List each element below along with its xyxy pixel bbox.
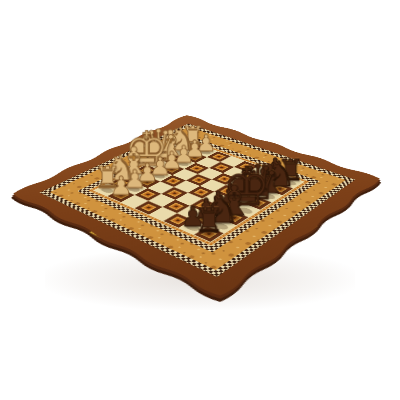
- white-pawn-icon: ♟: [110, 173, 133, 199]
- chess-board: ♜♞♝♛♚♝♞♜♟♟♟♟♟♟♟♟♟♟♟♟♟♟♟♟♜♞♝♛♚♝♞♜: [28, 120, 366, 285]
- product-photo: ♜♞♝♛♚♝♞♜♟♟♟♟♟♟♟♟♟♟♟♟♟♟♟♟♜♞♝♛♚♝♞♜: [0, 0, 400, 400]
- black-rook-icon: ♜: [194, 204, 224, 238]
